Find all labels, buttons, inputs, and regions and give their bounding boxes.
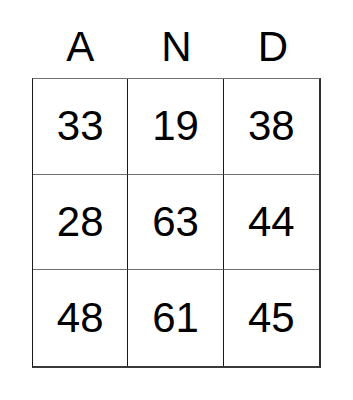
bingo-grid: 33 19 38 28 63 44 48 61 45 — [32, 78, 321, 368]
cell-r3c3[interactable]: 45 — [224, 270, 319, 366]
cell-r3c2[interactable]: 61 — [128, 270, 223, 366]
cell-r3c1[interactable]: 48 — [33, 270, 128, 366]
cell-r1c3[interactable]: 38 — [224, 79, 319, 175]
header-letter-a: A — [32, 26, 128, 68]
cell-r2c1[interactable]: 28 — [33, 175, 128, 271]
bingo-card: A N D 33 19 38 28 63 44 48 61 45 — [0, 0, 353, 400]
cell-r1c2[interactable]: 19 — [128, 79, 223, 175]
cell-r1c1[interactable]: 33 — [33, 79, 128, 175]
card-title-row: A N D — [32, 26, 321, 68]
header-letter-n: N — [128, 26, 224, 68]
cell-r2c3[interactable]: 44 — [224, 175, 319, 271]
header-letter-d: D — [225, 26, 321, 68]
cell-r2c2[interactable]: 63 — [128, 175, 223, 271]
